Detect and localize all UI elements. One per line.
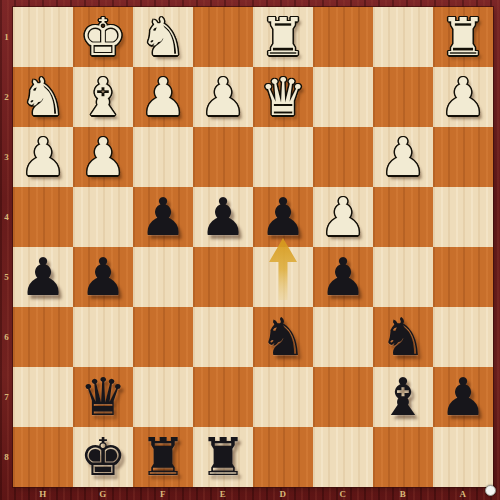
square-a6[interactable] [433,307,493,367]
square-a8[interactable] [433,427,493,487]
white-to-move-indicator [485,485,496,496]
square-f1[interactable]: ♞ [133,7,193,67]
square-b2[interactable] [373,67,433,127]
piece-white-pawn[interactable]: ♟ [373,127,433,187]
square-d6[interactable]: ♞ [253,307,313,367]
rank-label-6: 6 [0,307,13,367]
square-e2[interactable]: ♟ [193,67,253,127]
square-b8[interactable] [373,427,433,487]
square-c6[interactable] [313,307,373,367]
square-d4[interactable]: ♟ [253,187,313,247]
square-g7[interactable]: ♛ [73,367,133,427]
square-b6[interactable]: ♞ [373,307,433,367]
square-e6[interactable] [193,307,253,367]
square-a3[interactable] [433,127,493,187]
rank-label-8: 8 [0,427,13,487]
square-h5[interactable]: ♟ [13,247,73,307]
piece-white-rook[interactable]: ♜ [253,7,313,67]
square-b1[interactable] [373,7,433,67]
piece-black-knight[interactable]: ♞ [253,307,313,367]
piece-black-bishop[interactable]: ♝ [373,367,433,427]
chess-board: ♚♞♜♜♞♝♟♟♛♟♟♟♟♟♟♟♟♟♟♟♞♞♛♝♟♚♜♜ [13,7,493,487]
square-h8[interactable] [13,427,73,487]
square-d8[interactable] [253,427,313,487]
square-b3[interactable]: ♟ [373,127,433,187]
rank-label-1: 1 [0,7,13,67]
square-c2[interactable] [313,67,373,127]
square-f4[interactable]: ♟ [133,187,193,247]
piece-black-rook[interactable]: ♜ [193,427,253,487]
square-h3[interactable]: ♟ [13,127,73,187]
file-label-f: F [133,487,193,500]
square-f3[interactable] [133,127,193,187]
piece-white-knight[interactable]: ♞ [133,7,193,67]
square-e4[interactable]: ♟ [193,187,253,247]
square-g8[interactable]: ♚ [73,427,133,487]
file-label-d: D [253,487,313,500]
piece-black-pawn[interactable]: ♟ [193,187,253,247]
file-label-c: C [313,487,373,500]
rank-label-4: 4 [0,187,13,247]
square-c3[interactable] [313,127,373,187]
square-g3[interactable]: ♟ [73,127,133,187]
rank-label-2: 2 [0,67,13,127]
square-d7[interactable] [253,367,313,427]
square-g4[interactable] [73,187,133,247]
piece-white-pawn[interactable]: ♟ [13,127,73,187]
square-d2[interactable]: ♛ [253,67,313,127]
board-frame: ♚♞♜♜♞♝♟♟♛♟♟♟♟♟♟♟♟♟♟♟♞♞♛♝♟♚♜♜ 12345678 HG… [0,0,500,500]
square-a4[interactable] [433,187,493,247]
square-b4[interactable] [373,187,433,247]
piece-white-pawn[interactable]: ♟ [73,127,133,187]
square-g5[interactable]: ♟ [73,247,133,307]
rank-label-5: 5 [0,247,13,307]
square-e5[interactable] [193,247,253,307]
square-b7[interactable]: ♝ [373,367,433,427]
rank-label-7: 7 [0,367,13,427]
piece-white-queen[interactable]: ♛ [253,67,313,127]
square-d5[interactable] [253,247,313,307]
piece-white-knight[interactable]: ♞ [13,67,73,127]
piece-black-pawn[interactable]: ♟ [433,367,493,427]
square-h1[interactable] [13,7,73,67]
square-c1[interactable] [313,7,373,67]
square-c4[interactable]: ♟ [313,187,373,247]
square-c5[interactable]: ♟ [313,247,373,307]
piece-black-pawn[interactable]: ♟ [133,187,193,247]
square-f8[interactable]: ♜ [133,427,193,487]
square-a5[interactable] [433,247,493,307]
square-a1[interactable]: ♜ [433,7,493,67]
square-a2[interactable]: ♟ [433,67,493,127]
piece-white-pawn[interactable]: ♟ [133,67,193,127]
square-f5[interactable] [133,247,193,307]
square-h6[interactable] [13,307,73,367]
piece-black-pawn[interactable]: ♟ [253,187,313,247]
piece-white-bishop[interactable]: ♝ [73,67,133,127]
piece-white-pawn[interactable]: ♟ [193,67,253,127]
piece-black-pawn[interactable]: ♟ [313,247,373,307]
file-label-h: H [13,487,73,500]
square-c8[interactable] [313,427,373,487]
piece-black-queen[interactable]: ♛ [73,367,133,427]
square-c7[interactable] [313,367,373,427]
file-label-a: A [433,487,493,500]
piece-black-rook[interactable]: ♜ [133,427,193,487]
piece-black-knight[interactable]: ♞ [373,307,433,367]
rank-label-3: 3 [0,127,13,187]
square-a7[interactable]: ♟ [433,367,493,427]
square-e7[interactable] [193,367,253,427]
square-g2[interactable]: ♝ [73,67,133,127]
piece-white-king[interactable]: ♚ [73,7,133,67]
piece-black-king[interactable]: ♚ [73,427,133,487]
file-label-b: B [373,487,433,500]
piece-black-pawn[interactable]: ♟ [13,247,73,307]
square-f2[interactable]: ♟ [133,67,193,127]
square-h4[interactable] [13,187,73,247]
square-b5[interactable] [373,247,433,307]
square-e3[interactable] [193,127,253,187]
square-g6[interactable] [73,307,133,367]
square-f7[interactable] [133,367,193,427]
square-d3[interactable] [253,127,313,187]
piece-white-pawn[interactable]: ♟ [433,67,493,127]
piece-black-pawn[interactable]: ♟ [73,247,133,307]
square-f6[interactable] [133,307,193,367]
square-d1[interactable]: ♜ [253,7,313,67]
piece-white-rook[interactable]: ♜ [433,7,493,67]
file-label-e: E [193,487,253,500]
square-e1[interactable] [193,7,253,67]
square-h7[interactable] [13,367,73,427]
piece-white-pawn[interactable]: ♟ [313,187,373,247]
file-label-g: G [73,487,133,500]
square-e8[interactable]: ♜ [193,427,253,487]
square-g1[interactable]: ♚ [73,7,133,67]
square-h2[interactable]: ♞ [13,67,73,127]
